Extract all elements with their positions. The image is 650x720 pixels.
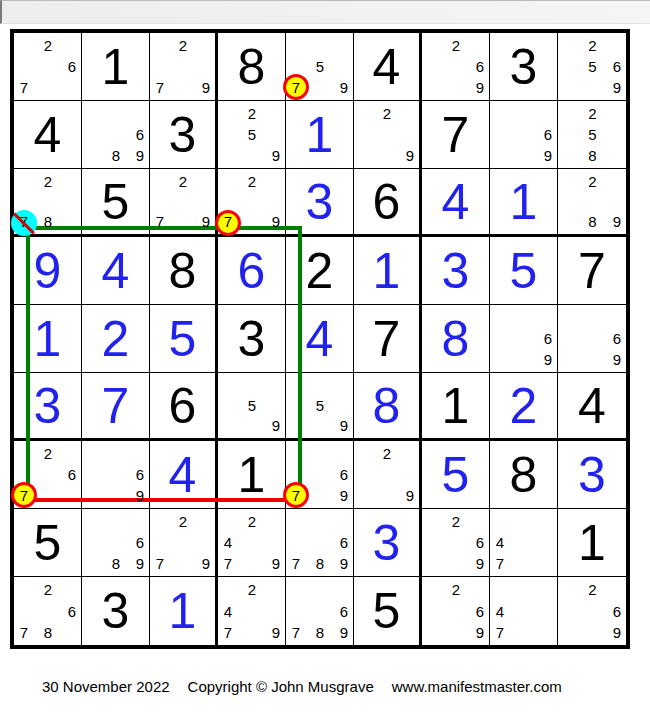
pencil-marks: 69	[493, 309, 555, 368]
candidate-9: 9	[337, 417, 351, 434]
solved-digit: 3	[558, 441, 626, 508]
pencil-marks: 29	[357, 445, 417, 504]
candidate-9: 9	[610, 624, 624, 641]
pencil-marks: 69	[493, 105, 555, 164]
candidate-2: 2	[235, 581, 269, 598]
given-digit: 8	[150, 237, 215, 304]
pencil-marks: 269	[425, 513, 487, 572]
candidate-7: 7	[17, 79, 31, 96]
given-digit: 4	[14, 101, 81, 168]
solved-digit: 1	[14, 305, 81, 372]
cell-r8c9[interactable]: 1	[558, 509, 626, 577]
candidate-9: 9	[199, 213, 213, 230]
given-digit: 4	[558, 373, 626, 438]
candidate-6: 6	[65, 462, 79, 487]
candidate-2: 2	[167, 513, 199, 530]
candidate-2: 2	[575, 37, 610, 54]
candidate-4: 4	[221, 598, 235, 624]
candidate-7: 7	[17, 624, 31, 641]
solved-digit: 4	[82, 237, 149, 304]
candidate-2: 2	[575, 105, 610, 122]
candidate-4: 4	[221, 530, 235, 555]
candidate-9: 9	[337, 555, 351, 572]
cell-r5c5[interactable]: 4	[286, 305, 354, 373]
candidate-9: 9	[610, 79, 624, 96]
solved-digit: 5	[490, 237, 557, 304]
cell-r6c4[interactable]: 59	[218, 373, 286, 441]
cell-r8c6[interactable]: 3	[354, 509, 422, 577]
candidate-6: 6	[473, 530, 487, 555]
cell-r5c8[interactable]: 69	[490, 305, 558, 373]
candidate-9: 9	[473, 79, 487, 96]
pencil-marks: 279	[153, 37, 213, 96]
given-digit: 5	[82, 169, 149, 234]
candidate-2: 2	[31, 37, 65, 54]
cell-r7c4[interactable]: 1	[218, 441, 286, 509]
pencil-marks: 267	[17, 37, 79, 96]
pencil-marks: 289	[561, 173, 624, 230]
candidate-9: 9	[133, 147, 147, 164]
cell-r6c3[interactable]: 6	[150, 373, 218, 441]
cell-r9c2[interactable]: 3	[82, 577, 150, 645]
candidate-9: 9	[403, 487, 417, 504]
solved-digit: 1	[354, 237, 419, 304]
top-bar	[0, 0, 650, 24]
cell-r9c4[interactable]: 2479	[218, 577, 286, 645]
pencil-marks: 47	[493, 581, 555, 641]
candidate-2: 2	[439, 581, 473, 598]
cell-r7c7[interactable]: 5	[422, 441, 490, 509]
candidate-7: 7	[289, 624, 303, 641]
given-digit: 1	[82, 33, 149, 100]
cell-r2c4[interactable]: 259	[218, 101, 286, 169]
pencil-marks: 47	[493, 513, 555, 572]
given-digit: 6	[150, 373, 215, 438]
cell-r1c5[interactable]: 579	[286, 33, 354, 101]
candidate-9: 9	[269, 555, 283, 572]
candidate-9: 9	[199, 79, 213, 96]
candidate-6: 6	[65, 598, 79, 624]
cell-r1c2[interactable]: 1	[82, 33, 150, 101]
given-digit: 5	[354, 577, 419, 645]
cell-r3c4[interactable]: 279	[218, 169, 286, 237]
given-digit: 1	[422, 373, 489, 438]
pencil-marks: 279	[153, 513, 213, 572]
candidate-2: 2	[167, 37, 199, 54]
cell-r4c7[interactable]: 3	[422, 237, 490, 305]
solved-digit: 3	[14, 373, 81, 438]
candidate-7: 7	[493, 624, 507, 641]
candidate-7-highlight-circle	[283, 482, 309, 508]
candidate-7: 7	[153, 79, 167, 96]
cell-r5c6[interactable]: 7	[354, 305, 422, 373]
given-digit: 7	[422, 101, 489, 168]
cell-r3c7[interactable]: 4	[422, 169, 490, 237]
candidate-6: 6	[133, 530, 147, 555]
cell-r7c8[interactable]: 8	[490, 441, 558, 509]
cell-r5c3[interactable]: 5	[150, 305, 218, 373]
cell-r4c9[interactable]: 7	[558, 237, 626, 305]
solved-digit: 1	[150, 577, 215, 645]
cell-r9c5[interactable]: 6789	[286, 577, 354, 645]
candidate-9: 9	[337, 487, 351, 504]
candidate-2: 2	[575, 581, 610, 598]
cell-r4c2[interactable]: 4	[82, 237, 150, 305]
solved-digit: 8	[354, 373, 419, 438]
candidate-9: 9	[541, 147, 555, 164]
candidate-8: 8	[99, 147, 133, 164]
cell-r1c1[interactable]: 267	[14, 33, 82, 101]
cell-r8c5[interactable]: 6789	[286, 509, 354, 577]
given-digit: 1	[558, 509, 626, 576]
cell-r2c5[interactable]: 1	[286, 101, 354, 169]
candidate-2: 2	[235, 105, 269, 122]
candidate-9: 9	[269, 147, 283, 164]
candidate-8: 8	[575, 213, 610, 230]
candidate-8: 8	[99, 555, 133, 572]
cell-r6c2[interactable]: 7	[82, 373, 150, 441]
cell-r9c1[interactable]: 2678	[14, 577, 82, 645]
cell-r2c9[interactable]: 258	[558, 101, 626, 169]
pencil-marks: 2678	[17, 581, 79, 641]
given-digit: 7	[354, 305, 419, 372]
candidate-6: 6	[610, 326, 624, 351]
solved-digit: 9	[14, 237, 81, 304]
candidate-2: 2	[235, 173, 269, 190]
candidate-9: 9	[610, 351, 624, 368]
cell-r4c3[interactable]: 8	[150, 237, 218, 305]
candidate-6: 6	[133, 122, 147, 147]
cell-r7c9[interactable]: 3	[558, 441, 626, 509]
pencil-marks: 259	[221, 105, 283, 164]
given-digit: 4	[354, 33, 419, 100]
pencil-marks: 2479	[221, 513, 283, 572]
cell-r2c3[interactable]: 3	[150, 101, 218, 169]
pencil-marks: 2479	[221, 581, 283, 641]
candidate-9: 9	[133, 555, 147, 572]
candidate-2: 2	[371, 445, 403, 462]
cell-r7c6[interactable]: 29	[354, 441, 422, 509]
candidate-2: 2	[235, 513, 269, 530]
cell-r6c1[interactable]: 3	[14, 373, 82, 441]
cell-r6c6[interactable]: 8	[354, 373, 422, 441]
cell-r1c6[interactable]: 4	[354, 33, 422, 101]
footer-copyright: Copyright © John Musgrave	[188, 678, 374, 695]
cell-r5c4[interactable]: 3	[218, 305, 286, 373]
solved-digit: 3	[286, 169, 353, 234]
candidate-2: 2	[439, 513, 473, 530]
candidate-6: 6	[473, 598, 487, 624]
candidate-9: 9	[473, 624, 487, 641]
candidate-2: 2	[31, 581, 65, 598]
cell-r2c6[interactable]: 29	[354, 101, 422, 169]
cell-r1c3[interactable]: 279	[150, 33, 218, 101]
cell-r5c7[interactable]: 8	[422, 305, 490, 373]
candidate-9: 9	[337, 624, 351, 641]
candidate-5: 5	[235, 122, 269, 147]
solved-digit: 5	[422, 441, 489, 508]
candidate-4: 4	[493, 530, 507, 555]
candidate-9: 9	[610, 213, 624, 230]
candidate-2: 2	[371, 105, 403, 122]
cell-r6c9[interactable]: 4	[558, 373, 626, 441]
pencil-marks: 258	[561, 105, 624, 164]
candidate-7: 7	[153, 555, 167, 572]
solved-digit: 6	[218, 237, 285, 304]
candidate-9: 9	[133, 487, 147, 504]
solved-digit: 2	[82, 305, 149, 372]
pencil-marks: 269	[561, 581, 624, 641]
candidate-5: 5	[303, 54, 337, 79]
candidate-2: 2	[575, 173, 610, 190]
pencil-marks: 2569	[561, 37, 624, 96]
solved-digit: 3	[422, 237, 489, 304]
cell-r5c2[interactable]: 2	[82, 305, 150, 373]
candidate-6: 6	[610, 598, 624, 624]
candidate-8: 8	[575, 147, 610, 164]
cell-r3c5[interactable]: 3	[286, 169, 354, 237]
cell-r3c6[interactable]: 6	[354, 169, 422, 237]
cell-r8c3[interactable]: 279	[150, 509, 218, 577]
cell-r3c3[interactable]: 279	[150, 169, 218, 237]
candidate-7-highlight-circle	[11, 482, 37, 508]
solved-digit: 2	[490, 373, 557, 438]
candidate-2: 2	[439, 37, 473, 54]
solved-digit: 5	[150, 305, 215, 372]
given-digit: 1	[218, 441, 285, 508]
candidate-7: 7	[493, 555, 507, 572]
cell-r3c9[interactable]: 289	[558, 169, 626, 237]
cell-r8c7[interactable]: 269	[422, 509, 490, 577]
candidate-6: 6	[337, 462, 351, 487]
sudoku-board: 2671279857942693256946893259129769258278…	[10, 29, 630, 649]
cell-r2c1[interactable]: 4	[14, 101, 82, 169]
candidate-9: 9	[199, 555, 213, 572]
candidate-8: 8	[303, 624, 337, 641]
candidate-5: 5	[303, 394, 337, 417]
footer-date: 30 November 2022	[42, 678, 170, 695]
cell-r8c4[interactable]: 2479	[218, 509, 286, 577]
cell-r9c6[interactable]: 5	[354, 577, 422, 645]
given-digit: 7	[558, 237, 626, 304]
pencil-marks: 29	[357, 105, 417, 164]
cell-r9c7[interactable]: 269	[422, 577, 490, 645]
cell-r6c8[interactable]: 2	[490, 373, 558, 441]
pencil-marks: 269	[425, 581, 487, 641]
cell-r9c3[interactable]: 1	[150, 577, 218, 645]
pencil-marks: 269	[425, 37, 487, 96]
candidate-6: 6	[473, 54, 487, 79]
cell-r2c8[interactable]: 69	[490, 101, 558, 169]
pencil-marks: 279	[153, 173, 213, 230]
candidate-5: 5	[235, 394, 269, 417]
cell-r6c5[interactable]: 59	[286, 373, 354, 441]
cell-r2c2[interactable]: 689	[82, 101, 150, 169]
cell-r8c1[interactable]: 5	[14, 509, 82, 577]
cell-r4c5[interactable]: 2	[286, 237, 354, 305]
solved-digit: 8	[422, 305, 489, 372]
given-digit: 8	[490, 441, 557, 508]
cell-r5c1[interactable]: 1	[14, 305, 82, 373]
pencil-marks: 6789	[289, 513, 351, 572]
candidate-7-highlight-circle	[215, 210, 241, 236]
solved-digit: 7	[82, 373, 149, 438]
candidate-7: 7	[289, 555, 303, 572]
candidate-9: 9	[269, 213, 283, 230]
given-digit: 3	[82, 577, 149, 645]
cell-r5c9[interactable]: 69	[558, 305, 626, 373]
pencil-marks: 69	[85, 445, 147, 504]
cell-r8c8[interactable]: 47	[490, 509, 558, 577]
candidate-9: 9	[473, 555, 487, 572]
pencil-marks: 689	[85, 105, 147, 164]
candidate-2: 2	[31, 173, 65, 190]
cell-r6c7[interactable]: 1	[422, 373, 490, 441]
cell-r4c8[interactable]: 5	[490, 237, 558, 305]
given-digit: 3	[218, 305, 285, 372]
cell-r7c3[interactable]: 4	[150, 441, 218, 509]
given-digit: 3	[490, 33, 557, 100]
candidate-9: 9	[269, 624, 283, 641]
cell-r7c5[interactable]: 679	[286, 441, 354, 509]
candidate-7: 7	[221, 624, 235, 641]
candidate-9: 9	[337, 79, 351, 96]
solved-digit: 1	[490, 169, 557, 234]
cell-r4c4[interactable]: 6	[218, 237, 286, 305]
candidate-6: 6	[541, 326, 555, 351]
solved-digit: 4	[422, 169, 489, 234]
pencil-marks: 69	[561, 309, 624, 368]
cell-r8c2[interactable]: 689	[82, 509, 150, 577]
solved-digit: 3	[354, 509, 419, 576]
candidate-6: 6	[541, 122, 555, 147]
candidate-5: 5	[575, 122, 610, 147]
candidate-7: 7	[221, 555, 235, 572]
pencil-marks: 59	[289, 377, 351, 434]
cell-r1c4[interactable]: 8	[218, 33, 286, 101]
candidate-9: 9	[269, 417, 283, 434]
cell-r4c1[interactable]: 9	[14, 237, 82, 305]
footer-website: www.manifestmaster.com	[392, 678, 562, 695]
cell-r3c8[interactable]: 1	[490, 169, 558, 237]
candidate-2: 2	[31, 445, 65, 462]
given-digit: 6	[354, 169, 419, 234]
cell-r9c8[interactable]: 47	[490, 577, 558, 645]
candidate-6: 6	[610, 54, 624, 79]
given-digit: 8	[218, 33, 285, 100]
cell-r7c2[interactable]: 69	[82, 441, 150, 509]
candidate-8: 8	[31, 624, 65, 641]
given-digit: 3	[150, 101, 215, 168]
given-digit: 5	[14, 509, 81, 576]
cell-r4c6[interactable]: 1	[354, 237, 422, 305]
pencil-marks: 59	[221, 377, 283, 434]
cell-r1c7[interactable]: 269	[422, 33, 490, 101]
candidate-9: 9	[403, 147, 417, 164]
solved-digit: 4	[150, 441, 215, 508]
candidate-6: 6	[337, 530, 351, 555]
footer: 30 November 2022Copyright © John Musgrav…	[42, 678, 642, 695]
candidate-5: 5	[575, 54, 610, 79]
candidate-8: 8	[303, 555, 337, 572]
solved-digit: 1	[286, 101, 353, 168]
cell-r9c9[interactable]: 269	[558, 577, 626, 645]
candidate-9: 9	[541, 351, 555, 368]
candidate-6: 6	[133, 462, 147, 487]
given-digit: 2	[286, 237, 353, 304]
candidate-2: 2	[167, 173, 199, 190]
cell-r2c7[interactable]: 7	[422, 101, 490, 169]
candidate-6: 6	[337, 598, 351, 624]
candidate-7-highlight-circle	[283, 74, 309, 100]
candidate-7: 7	[153, 213, 167, 230]
cell-r1c8[interactable]: 3	[490, 33, 558, 101]
candidate-6: 6	[65, 54, 79, 79]
pencil-marks: 6789	[289, 581, 351, 641]
cell-r1c9[interactable]: 2569	[558, 33, 626, 101]
candidate-4: 4	[493, 598, 507, 624]
cell-r3c2[interactable]: 5	[82, 169, 150, 237]
pencil-marks: 689	[85, 513, 147, 572]
solved-digit: 4	[286, 305, 353, 372]
cell-r7c1[interactable]: 267	[14, 441, 82, 509]
cell-r3c1[interactable]: 278	[14, 169, 82, 237]
